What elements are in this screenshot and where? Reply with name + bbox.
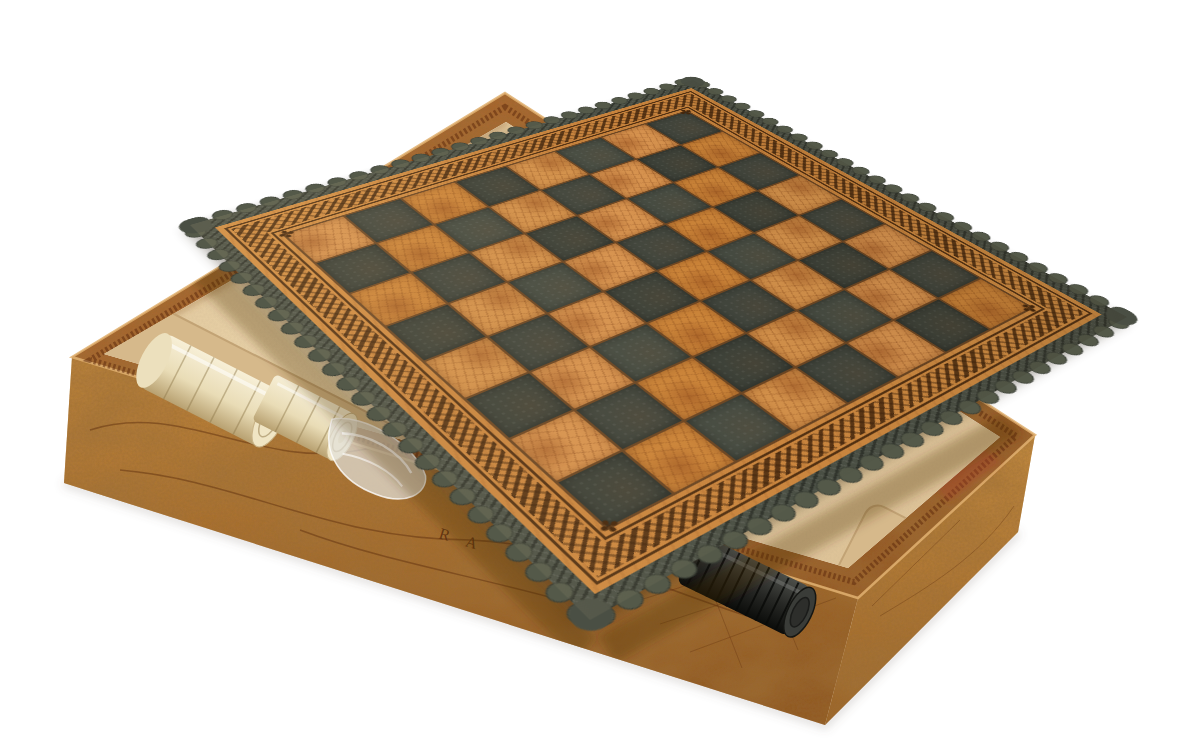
scene: R A <box>0 0 1200 753</box>
